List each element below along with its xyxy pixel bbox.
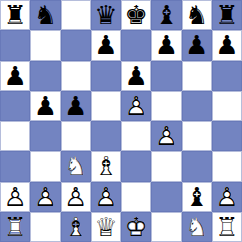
square-d4[interactable] bbox=[91, 121, 121, 151]
square-b8[interactable]: ♞ bbox=[30, 0, 60, 30]
square-c2[interactable]: ♟♙ bbox=[61, 182, 91, 212]
square-b6[interactable] bbox=[30, 61, 60, 91]
white-rook-piece: ♜♖ bbox=[212, 212, 242, 242]
square-e7[interactable] bbox=[121, 30, 151, 60]
square-b7[interactable] bbox=[30, 30, 60, 60]
square-f5[interactable] bbox=[151, 91, 181, 121]
square-d6[interactable] bbox=[91, 61, 121, 91]
square-g3[interactable] bbox=[182, 151, 212, 181]
square-a5[interactable] bbox=[0, 91, 30, 121]
square-c3[interactable]: ♞♘ bbox=[61, 151, 91, 181]
square-g5[interactable] bbox=[182, 91, 212, 121]
square-e3[interactable] bbox=[121, 151, 151, 181]
square-a8[interactable]: ♜ bbox=[0, 0, 30, 30]
square-b4[interactable] bbox=[30, 121, 60, 151]
black-knight-piece: ♞ bbox=[30, 0, 60, 30]
square-f1[interactable] bbox=[151, 212, 181, 242]
white-bishop-piece: ♝♗ bbox=[61, 212, 91, 242]
square-b5[interactable]: ♟ bbox=[30, 91, 60, 121]
black-rook-piece: ♜ bbox=[0, 0, 30, 30]
square-g8[interactable]: ♞ bbox=[182, 0, 212, 30]
black-pawn-piece: ♟ bbox=[121, 61, 151, 91]
white-queen-piece: ♛♕ bbox=[91, 212, 121, 242]
square-g4[interactable] bbox=[182, 121, 212, 151]
square-g7[interactable]: ♟ bbox=[182, 30, 212, 60]
black-pawn-piece: ♟ bbox=[30, 91, 60, 121]
square-a1[interactable]: ♜♖ bbox=[0, 212, 30, 242]
black-pawn-piece: ♟ bbox=[151, 30, 181, 60]
square-h1[interactable]: ♜♖ bbox=[212, 212, 242, 242]
square-a4[interactable] bbox=[0, 121, 30, 151]
chess-board: ♜♞♛♚♝♞♜♟♟♟♟♟♟♟♟♟♙♟♙♞♘♝♗♟♙♟♙♟♙♟♙♝♟♙♜♖♝♗♛♕… bbox=[0, 0, 242, 242]
square-a7[interactable] bbox=[0, 30, 30, 60]
square-d8[interactable]: ♛ bbox=[91, 0, 121, 30]
white-pawn-piece: ♟♙ bbox=[212, 182, 242, 212]
square-h2[interactable]: ♟♙ bbox=[212, 182, 242, 212]
black-pawn-piece: ♟ bbox=[91, 30, 121, 60]
square-d3[interactable]: ♝♗ bbox=[91, 151, 121, 181]
square-d7[interactable]: ♟ bbox=[91, 30, 121, 60]
square-c6[interactable] bbox=[61, 61, 91, 91]
square-g6[interactable] bbox=[182, 61, 212, 91]
square-f8[interactable]: ♝ bbox=[151, 0, 181, 30]
square-g2[interactable]: ♝ bbox=[182, 182, 212, 212]
white-pawn-piece: ♟♙ bbox=[121, 91, 151, 121]
square-a2[interactable]: ♟♙ bbox=[0, 182, 30, 212]
square-d2[interactable]: ♟♙ bbox=[91, 182, 121, 212]
square-d5[interactable] bbox=[91, 91, 121, 121]
square-b3[interactable] bbox=[30, 151, 60, 181]
white-king-piece: ♚♔ bbox=[121, 212, 151, 242]
black-rook-piece: ♜ bbox=[212, 0, 242, 30]
white-bishop-piece: ♝♗ bbox=[91, 151, 121, 181]
square-e8[interactable]: ♚ bbox=[121, 0, 151, 30]
square-h7[interactable]: ♟ bbox=[212, 30, 242, 60]
white-pawn-piece: ♟♙ bbox=[30, 182, 60, 212]
black-pawn-piece: ♟ bbox=[212, 30, 242, 60]
white-pawn-piece: ♟♙ bbox=[61, 182, 91, 212]
square-c7[interactable] bbox=[61, 30, 91, 60]
black-queen-piece: ♛ bbox=[91, 0, 121, 30]
square-a6[interactable]: ♟ bbox=[0, 61, 30, 91]
white-pawn-piece: ♟♙ bbox=[91, 182, 121, 212]
square-e1[interactable]: ♚♔ bbox=[121, 212, 151, 242]
black-pawn-piece: ♟ bbox=[182, 30, 212, 60]
square-c5[interactable]: ♟ bbox=[61, 91, 91, 121]
square-f7[interactable]: ♟ bbox=[151, 30, 181, 60]
square-c4[interactable] bbox=[61, 121, 91, 151]
chess-board-container: ♜♞♛♚♝♞♜♟♟♟♟♟♟♟♟♟♙♟♙♞♘♝♗♟♙♟♙♟♙♟♙♝♟♙♜♖♝♗♛♕… bbox=[0, 0, 242, 242]
square-c8[interactable] bbox=[61, 0, 91, 30]
square-e5[interactable]: ♟♙ bbox=[121, 91, 151, 121]
square-b1[interactable] bbox=[30, 212, 60, 242]
black-pawn-piece: ♟ bbox=[61, 91, 91, 121]
black-knight-piece: ♞ bbox=[182, 0, 212, 30]
white-pawn-piece: ♟♙ bbox=[151, 121, 181, 151]
square-e2[interactable] bbox=[121, 182, 151, 212]
square-a3[interactable] bbox=[0, 151, 30, 181]
square-e6[interactable]: ♟ bbox=[121, 61, 151, 91]
white-rook-piece: ♜♖ bbox=[0, 212, 30, 242]
square-h3[interactable] bbox=[212, 151, 242, 181]
white-pawn-piece: ♟♙ bbox=[0, 182, 30, 212]
square-h6[interactable] bbox=[212, 61, 242, 91]
square-d1[interactable]: ♛♕ bbox=[91, 212, 121, 242]
black-bishop-piece: ♝ bbox=[151, 0, 181, 30]
square-e4[interactable] bbox=[121, 121, 151, 151]
white-knight-piece: ♞♘ bbox=[61, 151, 91, 181]
square-f3[interactable] bbox=[151, 151, 181, 181]
black-pawn-piece: ♟ bbox=[0, 61, 30, 91]
square-f4[interactable]: ♟♙ bbox=[151, 121, 181, 151]
square-h4[interactable] bbox=[212, 121, 242, 151]
square-h8[interactable]: ♜ bbox=[212, 0, 242, 30]
white-knight-piece: ♞♘ bbox=[182, 212, 212, 242]
black-king-piece: ♚ bbox=[121, 0, 151, 30]
square-f6[interactable] bbox=[151, 61, 181, 91]
black-bishop-piece: ♝ bbox=[182, 182, 212, 212]
square-c1[interactable]: ♝♗ bbox=[61, 212, 91, 242]
square-b2[interactable]: ♟♙ bbox=[30, 182, 60, 212]
square-h5[interactable] bbox=[212, 91, 242, 121]
square-g1[interactable]: ♞♘ bbox=[182, 212, 212, 242]
square-f2[interactable] bbox=[151, 182, 181, 212]
